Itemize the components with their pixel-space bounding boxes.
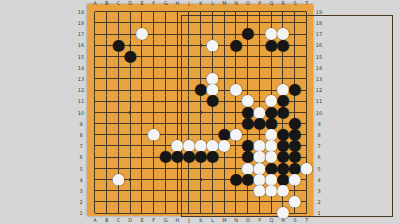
board-intersection[interactable] [136, 152, 148, 163]
board-intersection[interactable] [254, 196, 266, 207]
board-intersection[interactable] [148, 28, 160, 39]
board-intersection[interactable] [277, 118, 289, 129]
board-intersection[interactable] [230, 96, 242, 107]
board-intersection[interactable] [183, 207, 195, 218]
board-intersection[interactable] [289, 40, 301, 51]
board-intersection[interactable] [254, 73, 266, 84]
board-intersection[interactable] [254, 129, 266, 140]
board-intersection[interactable] [195, 28, 207, 39]
board-intersection[interactable] [230, 152, 242, 163]
board-intersection[interactable] [301, 152, 313, 163]
board-intersection[interactable] [265, 73, 277, 84]
board-intersection[interactable] [301, 17, 313, 28]
board-intersection[interactable] [183, 196, 195, 207]
board-intersection[interactable]: ● [289, 118, 301, 129]
board-intersection[interactable] [136, 118, 148, 129]
board-intersection[interactable] [113, 84, 125, 95]
board-intersection[interactable] [171, 17, 183, 28]
board-intersection[interactable] [113, 62, 125, 73]
board-intersection[interactable] [136, 40, 148, 51]
board-intersection[interactable] [160, 40, 172, 51]
board-intersection[interactable] [101, 84, 113, 95]
board-intersection[interactable] [101, 51, 113, 62]
board-intersection[interactable] [207, 28, 219, 39]
board-intersection[interactable] [171, 118, 183, 129]
board-intersection[interactable] [265, 196, 277, 207]
board-intersection[interactable] [218, 73, 230, 84]
board-intersection[interactable] [183, 163, 195, 174]
board-intersection[interactable] [289, 6, 301, 17]
board-intersection[interactable] [218, 51, 230, 62]
board-intersection[interactable]: ● [113, 40, 125, 51]
board-intersection[interactable] [183, 51, 195, 62]
board-intersection[interactable] [301, 73, 313, 84]
board-intersection[interactable] [171, 96, 183, 107]
board-intersection[interactable] [89, 118, 101, 129]
board-intersection[interactable]: ● [242, 96, 254, 107]
board-intersection[interactable] [230, 118, 242, 129]
board-intersection[interactable] [113, 28, 125, 39]
board-intersection[interactable]: ● [242, 118, 254, 129]
board-intersection[interactable] [124, 62, 136, 73]
board-intersection[interactable] [148, 152, 160, 163]
board-intersection[interactable] [207, 107, 219, 118]
board-intersection[interactable] [195, 73, 207, 84]
board-intersection[interactable] [289, 185, 301, 196]
board-intersection[interactable] [265, 17, 277, 28]
board-intersection[interactable] [195, 107, 207, 118]
board-intersection[interactable] [136, 129, 148, 140]
board-intersection[interactable] [218, 40, 230, 51]
board-intersection[interactable]: ● [289, 152, 301, 163]
board-intersection[interactable] [183, 28, 195, 39]
board-intersection[interactable] [124, 163, 136, 174]
board-intersection[interactable] [301, 84, 313, 95]
board-intersection[interactable]: ● [265, 140, 277, 151]
board-intersection[interactable]: ● [218, 129, 230, 140]
board-intersection[interactable] [113, 163, 125, 174]
board-intersection[interactable] [124, 40, 136, 51]
board-intersection[interactable] [89, 62, 101, 73]
board-intersection[interactable] [301, 185, 313, 196]
board-intersection[interactable] [289, 207, 301, 218]
board-intersection[interactable] [101, 152, 113, 163]
board-intersection[interactable] [89, 28, 101, 39]
board-intersection[interactable] [148, 96, 160, 107]
board-intersection[interactable]: ● [289, 140, 301, 151]
board-intersection[interactable]: ● [113, 174, 125, 185]
board-intersection[interactable] [218, 174, 230, 185]
board-intersection[interactable]: ● [289, 174, 301, 185]
board-intersection[interactable]: ● [148, 129, 160, 140]
board-intersection[interactable] [136, 196, 148, 207]
board-intersection[interactable] [171, 28, 183, 39]
board-intersection[interactable] [113, 140, 125, 151]
board-intersection[interactable]: ● [254, 140, 266, 151]
board-intersection[interactable] [136, 96, 148, 107]
board-intersection[interactable] [230, 17, 242, 28]
board-intersection[interactable] [183, 118, 195, 129]
board-intersection[interactable] [218, 152, 230, 163]
board-intersection[interactable] [160, 84, 172, 95]
board-intersection[interactable] [254, 40, 266, 51]
board-intersection[interactable] [136, 84, 148, 95]
board-intersection[interactable] [101, 107, 113, 118]
board-intersection[interactable]: ● [277, 129, 289, 140]
board-intersection[interactable] [89, 17, 101, 28]
board-intersection[interactable] [230, 51, 242, 62]
board-intersection[interactable] [183, 174, 195, 185]
board-intersection[interactable]: ● [183, 152, 195, 163]
board-intersection[interactable] [124, 174, 136, 185]
board-intersection[interactable] [160, 185, 172, 196]
board-intersection[interactable] [148, 51, 160, 62]
board-intersection[interactable] [160, 62, 172, 73]
board-intersection[interactable] [171, 51, 183, 62]
board-intersection[interactable] [124, 118, 136, 129]
board-intersection[interactable]: ● [277, 40, 289, 51]
board-intersection[interactable] [89, 107, 101, 118]
board-intersection[interactable] [183, 40, 195, 51]
board-intersection[interactable] [171, 185, 183, 196]
board-intersection[interactable]: ● [277, 185, 289, 196]
board-intersection[interactable] [301, 140, 313, 151]
board-intersection[interactable] [254, 62, 266, 73]
board-intersection[interactable] [160, 163, 172, 174]
board-intersection[interactable]: ● [265, 40, 277, 51]
board-intersection[interactable]: ● [265, 174, 277, 185]
board-intersection[interactable]: ● [124, 51, 136, 62]
board-intersection[interactable] [113, 51, 125, 62]
board-intersection[interactable] [195, 185, 207, 196]
board-intersection[interactable] [301, 207, 313, 218]
board-intersection[interactable] [301, 107, 313, 118]
board-intersection[interactable]: ● [265, 163, 277, 174]
board-intersection[interactable]: ● [277, 207, 289, 218]
board-intersection[interactable] [171, 107, 183, 118]
board-intersection[interactable] [171, 73, 183, 84]
board-intersection[interactable] [136, 73, 148, 84]
board-intersection[interactable] [301, 62, 313, 73]
board-intersection[interactable] [89, 51, 101, 62]
board-intersection[interactable] [171, 40, 183, 51]
board-intersection[interactable] [301, 129, 313, 140]
board-intersection[interactable] [207, 118, 219, 129]
board-intersection[interactable] [124, 107, 136, 118]
board-intersection[interactable]: ● [207, 96, 219, 107]
board-intersection[interactable]: ● [277, 174, 289, 185]
board-intersection[interactable]: ● [242, 28, 254, 39]
board-intersection[interactable] [207, 17, 219, 28]
board-intersection[interactable] [113, 196, 125, 207]
board-intersection[interactable] [195, 6, 207, 17]
board-intersection[interactable] [265, 84, 277, 95]
board-intersection[interactable] [113, 107, 125, 118]
board-intersection[interactable]: ● [277, 163, 289, 174]
board-intersection[interactable] [89, 73, 101, 84]
board-intersection[interactable] [230, 207, 242, 218]
board-intersection[interactable]: ● [242, 163, 254, 174]
board-intersection[interactable] [277, 17, 289, 28]
board-intersection[interactable] [183, 107, 195, 118]
board-intersection[interactable] [207, 207, 219, 218]
board-intersection[interactable] [277, 196, 289, 207]
board-intersection[interactable] [218, 196, 230, 207]
board-intersection[interactable] [160, 96, 172, 107]
board-intersection[interactable] [148, 118, 160, 129]
board-intersection[interactable] [101, 73, 113, 84]
board-intersection[interactable] [148, 140, 160, 151]
board-intersection[interactable] [277, 6, 289, 17]
board-intersection[interactable] [207, 196, 219, 207]
board-intersection[interactable] [195, 196, 207, 207]
board-intersection[interactable]: ● [207, 84, 219, 95]
board-intersection[interactable]: ● [230, 40, 242, 51]
board-intersection[interactable] [183, 129, 195, 140]
board-intersection[interactable]: ● [218, 140, 230, 151]
board-intersection[interactable]: ● [254, 107, 266, 118]
board-intersection[interactable] [230, 62, 242, 73]
board-intersection[interactable] [89, 174, 101, 185]
board-intersection[interactable] [124, 84, 136, 95]
board-intersection[interactable] [277, 73, 289, 84]
board-intersection[interactable] [148, 62, 160, 73]
board-intersection[interactable] [101, 129, 113, 140]
board-intersection[interactable] [89, 6, 101, 17]
board-intersection[interactable] [230, 140, 242, 151]
board-intersection[interactable]: ● [160, 152, 172, 163]
board-intersection[interactable] [218, 118, 230, 129]
board-intersection[interactable] [242, 129, 254, 140]
board-intersection[interactable] [160, 51, 172, 62]
board-intersection[interactable] [218, 163, 230, 174]
board-intersection[interactable] [254, 6, 266, 17]
board-intersection[interactable]: ● [254, 152, 266, 163]
board-intersection[interactable]: ● [207, 40, 219, 51]
board-intersection[interactable] [124, 6, 136, 17]
board-intersection[interactable] [113, 17, 125, 28]
board-intersection[interactable] [160, 207, 172, 218]
board-intersection[interactable] [301, 96, 313, 107]
board-intersection[interactable]: ● [265, 28, 277, 39]
board-intersection[interactable]: ● [289, 196, 301, 207]
board-intersection[interactable] [242, 51, 254, 62]
board-intersection[interactable] [195, 96, 207, 107]
board-intersection[interactable] [171, 174, 183, 185]
board-intersection[interactable]: ● [207, 140, 219, 151]
board-intersection[interactable]: ● [171, 140, 183, 151]
board-intersection[interactable] [124, 129, 136, 140]
board-intersection[interactable] [101, 28, 113, 39]
board-intersection[interactable]: ● [242, 140, 254, 151]
board-intersection[interactable] [265, 62, 277, 73]
board-intersection[interactable] [101, 185, 113, 196]
board-intersection[interactable] [254, 84, 266, 95]
board-intersection[interactable] [171, 196, 183, 207]
board-intersection[interactable]: ● [265, 129, 277, 140]
board-intersection[interactable]: ● [242, 174, 254, 185]
board-intersection[interactable]: ● [230, 84, 242, 95]
board-intersection[interactable] [148, 6, 160, 17]
board-intersection[interactable] [124, 73, 136, 84]
board-intersection[interactable] [124, 17, 136, 28]
board-intersection[interactable] [101, 196, 113, 207]
board-intersection[interactable]: ● [195, 84, 207, 95]
board-intersection[interactable] [136, 207, 148, 218]
board-intersection[interactable] [160, 17, 172, 28]
board-intersection[interactable] [254, 51, 266, 62]
board-intersection[interactable] [242, 84, 254, 95]
board-intersection[interactable] [160, 107, 172, 118]
board-intersection[interactable] [230, 28, 242, 39]
board-intersection[interactable] [148, 40, 160, 51]
board-intersection[interactable] [101, 118, 113, 129]
board-intersection[interactable]: ● [171, 152, 183, 163]
board-intersection[interactable]: ● [254, 118, 266, 129]
board-intersection[interactable] [160, 6, 172, 17]
board-intersection[interactable] [242, 17, 254, 28]
board-intersection[interactable] [89, 40, 101, 51]
board-intersection[interactable] [124, 196, 136, 207]
board-intersection[interactable]: ● [230, 129, 242, 140]
board-intersection[interactable] [265, 51, 277, 62]
board-intersection[interactable] [265, 207, 277, 218]
board-intersection[interactable] [207, 163, 219, 174]
board-intersection[interactable] [195, 207, 207, 218]
board-intersection[interactable]: ● [265, 96, 277, 107]
board-intersection[interactable] [113, 129, 125, 140]
board-intersection[interactable] [230, 73, 242, 84]
board-intersection[interactable] [160, 118, 172, 129]
board-intersection[interactable] [289, 62, 301, 73]
board-intersection[interactable] [136, 163, 148, 174]
board-intersection[interactable] [301, 174, 313, 185]
board-intersection[interactable]: ● [254, 163, 266, 174]
board-intersection[interactable] [101, 207, 113, 218]
board-intersection[interactable] [301, 28, 313, 39]
board-intersection[interactable] [242, 185, 254, 196]
board-intersection[interactable] [207, 6, 219, 17]
board-intersection[interactable]: ● [265, 152, 277, 163]
board-intersection[interactable] [124, 185, 136, 196]
board-intersection[interactable] [113, 96, 125, 107]
board-intersection[interactable] [101, 140, 113, 151]
board-intersection[interactable] [160, 129, 172, 140]
board-intersection[interactable] [136, 185, 148, 196]
board-intersection[interactable]: ● [195, 140, 207, 151]
board-intersection[interactable] [148, 17, 160, 28]
board-intersection[interactable] [254, 28, 266, 39]
board-intersection[interactable]: ● [277, 84, 289, 95]
board-intersection[interactable]: ● [242, 107, 254, 118]
board-intersection[interactable] [89, 185, 101, 196]
board-intersection[interactable] [289, 73, 301, 84]
board-intersection[interactable] [254, 17, 266, 28]
board-intersection[interactable] [195, 17, 207, 28]
board-intersection[interactable] [148, 163, 160, 174]
board-intersection[interactable] [289, 96, 301, 107]
board-intersection[interactable]: ● [265, 107, 277, 118]
board-intersection[interactable]: ● [265, 118, 277, 129]
board-intersection[interactable]: ● [265, 185, 277, 196]
board-intersection[interactable] [89, 140, 101, 151]
board-intersection[interactable]: ● [277, 96, 289, 107]
board-intersection[interactable] [160, 196, 172, 207]
board-intersection[interactable] [277, 62, 289, 73]
board-intersection[interactable]: ● [254, 185, 266, 196]
board-intersection[interactable] [218, 17, 230, 28]
board-intersection[interactable] [124, 28, 136, 39]
board-intersection[interactable] [230, 107, 242, 118]
board-intersection[interactable] [230, 163, 242, 174]
board-intersection[interactable] [242, 62, 254, 73]
board-intersection[interactable]: ● [277, 28, 289, 39]
board-intersection[interactable] [101, 174, 113, 185]
board-intersection[interactable] [289, 51, 301, 62]
board-intersection[interactable] [183, 6, 195, 17]
board-intersection[interactable] [171, 129, 183, 140]
board-intersection[interactable] [148, 174, 160, 185]
board-intersection[interactable] [160, 28, 172, 39]
board-intersection[interactable] [195, 129, 207, 140]
board-intersection[interactable] [207, 51, 219, 62]
board-intersection[interactable]: ● [136, 28, 148, 39]
board-intersection[interactable] [301, 40, 313, 51]
board-intersection[interactable]: ● [277, 152, 289, 163]
board-intersection[interactable] [89, 196, 101, 207]
board-intersection[interactable]: ● [277, 140, 289, 151]
board-intersection[interactable] [101, 62, 113, 73]
board-intersection[interactable] [136, 107, 148, 118]
board-intersection[interactable]: ● [195, 152, 207, 163]
board-intersection[interactable] [207, 62, 219, 73]
board-intersection[interactable] [89, 163, 101, 174]
board-intersection[interactable] [207, 129, 219, 140]
board-intersection[interactable] [289, 107, 301, 118]
board-intersection[interactable] [218, 96, 230, 107]
board-intersection[interactable] [218, 28, 230, 39]
board-intersection[interactable] [289, 28, 301, 39]
board-intersection[interactable] [242, 207, 254, 218]
board-intersection[interactable] [195, 174, 207, 185]
board-intersection[interactable] [254, 96, 266, 107]
board-intersection[interactable] [101, 17, 113, 28]
board-intersection[interactable] [124, 140, 136, 151]
board-intersection[interactable] [89, 207, 101, 218]
board-intersection[interactable]: ● [301, 163, 313, 174]
board-intersection[interactable]: ● [207, 73, 219, 84]
board-intersection[interactable] [301, 118, 313, 129]
board-intersection[interactable] [113, 6, 125, 17]
board-intersection[interactable] [171, 84, 183, 95]
board-intersection[interactable] [242, 6, 254, 17]
board-intersection[interactable] [124, 96, 136, 107]
board-intersection[interactable]: ● [230, 174, 242, 185]
board-intersection[interactable] [160, 174, 172, 185]
board-intersection[interactable] [148, 196, 160, 207]
board-intersection[interactable] [242, 40, 254, 51]
board-intersection[interactable]: ● [183, 140, 195, 151]
board-intersection[interactable] [218, 84, 230, 95]
board-intersection[interactable]: ● [207, 152, 219, 163]
board-intersection[interactable] [230, 185, 242, 196]
board-intersection[interactable]: ● [254, 174, 266, 185]
board-intersection[interactable] [207, 174, 219, 185]
board-intersection[interactable] [113, 152, 125, 163]
board-intersection[interactable] [218, 185, 230, 196]
board-intersection[interactable] [183, 84, 195, 95]
board-intersection[interactable] [171, 6, 183, 17]
